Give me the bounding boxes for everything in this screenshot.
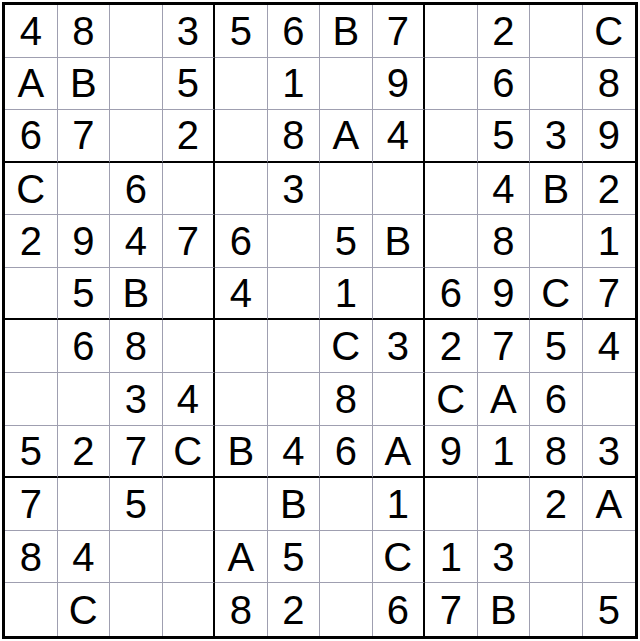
cell-r6c6[interactable] (268, 268, 321, 321)
given-glyph: 6 (230, 221, 252, 261)
cell-r12c6[interactable]: 2 (268, 583, 321, 636)
cell-r7c9[interactable]: 2 (425, 320, 478, 373)
cell-r11c3[interactable] (110, 531, 163, 584)
cell-r7c8[interactable]: 3 (373, 320, 426, 373)
given-glyph: 4 (230, 273, 252, 313)
cell-r1c3[interactable] (110, 5, 163, 58)
cell-r9c4[interactable]: C (163, 426, 216, 479)
given-glyph: 4 (598, 326, 620, 366)
cell-r3c2[interactable]: 7 (58, 110, 111, 163)
cell-r3c12[interactable]: 9 (583, 110, 636, 163)
given-glyph: 8 (230, 590, 252, 630)
cell-r10c8[interactable]: 1 (373, 478, 426, 531)
cell-r9c12[interactable]: 3 (583, 426, 636, 479)
given-glyph: 4 (125, 221, 147, 261)
cell-r7c10[interactable]: 7 (478, 320, 531, 373)
given-glyph: B (227, 431, 254, 471)
cell-r5c1[interactable]: 2 (5, 215, 58, 268)
cell-r12c12[interactable]: 5 (583, 583, 636, 636)
given-glyph: 3 (177, 11, 199, 51)
given-glyph: 2 (20, 221, 42, 261)
cell-r1c1[interactable]: 4 (5, 5, 58, 58)
given-glyph: 7 (598, 273, 620, 313)
cell-r10c2[interactable] (58, 478, 111, 531)
cell-r7c11[interactable]: 5 (530, 320, 583, 373)
given-glyph: C (436, 379, 465, 419)
given-glyph: 8 (545, 431, 567, 471)
cell-r11c8[interactable]: C (373, 531, 426, 584)
cell-r2c10[interactable]: 6 (478, 58, 531, 111)
cell-r12c1[interactable] (5, 583, 58, 636)
cell-r8c2[interactable] (58, 373, 111, 426)
cell-r3c7[interactable]: A (320, 110, 373, 163)
given-glyph: A (17, 63, 44, 103)
given-glyph: 3 (282, 169, 304, 209)
cell-r8c11[interactable]: 6 (530, 373, 583, 426)
cell-r11c4[interactable] (163, 531, 216, 584)
given-glyph: 4 (20, 11, 42, 51)
given-glyph: B (122, 273, 149, 313)
cell-r2c6[interactable]: 1 (268, 58, 321, 111)
given-glyph: 7 (72, 115, 94, 155)
given-glyph: A (227, 537, 254, 577)
given-glyph: 7 (492, 326, 514, 366)
cell-r9c6[interactable]: 4 (268, 426, 321, 479)
cell-r10c5[interactable] (215, 478, 268, 531)
given-glyph: 8 (282, 115, 304, 155)
given-glyph: A (490, 379, 517, 419)
cell-r8c6[interactable] (268, 373, 321, 426)
cell-r8c4[interactable]: 4 (163, 373, 216, 426)
cell-r11c6[interactable]: 5 (268, 531, 321, 584)
cell-r3c8[interactable]: 4 (373, 110, 426, 163)
cell-r4c10[interactable]: 4 (478, 163, 531, 216)
given-glyph: B (542, 169, 569, 209)
given-glyph: 1 (387, 484, 409, 524)
cell-r12c7[interactable] (320, 583, 373, 636)
sudoku-page: 48356B72CAB519686728A4539C634B2294765B81… (0, 0, 640, 641)
cell-r7c6[interactable] (268, 320, 321, 373)
cell-r5c12[interactable]: 1 (583, 215, 636, 268)
cell-r3c10[interactable]: 5 (478, 110, 531, 163)
cell-r5c4[interactable]: 7 (163, 215, 216, 268)
cell-r12c5[interactable]: 8 (215, 583, 268, 636)
cell-r7c12[interactable]: 4 (583, 320, 636, 373)
cell-r11c10[interactable]: 3 (478, 531, 531, 584)
given-glyph: 4 (387, 115, 409, 155)
given-glyph: 1 (282, 63, 304, 103)
cell-r6c4[interactable] (163, 268, 216, 321)
cell-r3c4[interactable]: 2 (163, 110, 216, 163)
cell-r3c9[interactable] (425, 110, 478, 163)
cell-r7c7[interactable]: C (320, 320, 373, 373)
given-glyph: 6 (125, 169, 147, 209)
given-glyph: 6 (440, 273, 462, 313)
given-glyph: 5 (177, 63, 199, 103)
cell-r2c8[interactable]: 9 (373, 58, 426, 111)
given-glyph: 3 (492, 537, 514, 577)
cell-r7c4[interactable] (163, 320, 216, 373)
given-glyph: 5 (72, 273, 94, 313)
cell-r1c9[interactable] (425, 5, 478, 58)
given-glyph: 1 (440, 537, 462, 577)
cell-r2c12[interactable]: 8 (583, 58, 636, 111)
cell-r10c10[interactable] (478, 478, 531, 531)
given-glyph: C (173, 431, 202, 471)
cell-r9c3[interactable]: 7 (110, 426, 163, 479)
cell-r3c1[interactable]: 6 (5, 110, 58, 163)
cell-r8c7[interactable]: 8 (320, 373, 373, 426)
cell-r12c10[interactable]: B (478, 583, 531, 636)
cell-r6c3[interactable]: B (110, 268, 163, 321)
cell-r3c3[interactable] (110, 110, 163, 163)
given-glyph: 2 (440, 326, 462, 366)
cell-r11c9[interactable]: 1 (425, 531, 478, 584)
given-glyph: 2 (598, 169, 620, 209)
given-glyph: 6 (282, 11, 304, 51)
cell-r2c9[interactable] (425, 58, 478, 111)
given-glyph: 5 (20, 431, 42, 471)
given-glyph: 7 (440, 590, 462, 630)
cell-r2c7[interactable] (320, 58, 373, 111)
cell-r4c7[interactable] (320, 163, 373, 216)
cell-r2c3[interactable] (110, 58, 163, 111)
cell-r1c4[interactable]: 3 (163, 5, 216, 58)
cell-r10c3[interactable]: 5 (110, 478, 163, 531)
cell-r4c5[interactable] (215, 163, 268, 216)
given-glyph: B (280, 484, 307, 524)
cell-r6c12[interactable]: 7 (583, 268, 636, 321)
cell-r4c2[interactable] (58, 163, 111, 216)
given-glyph: 8 (492, 221, 514, 261)
given-glyph: B (332, 11, 359, 51)
given-glyph: 3 (598, 431, 620, 471)
cell-r12c3[interactable] (110, 583, 163, 636)
cell-r6c1[interactable] (5, 268, 58, 321)
cell-r1c12[interactable]: C (583, 5, 636, 58)
cell-r7c5[interactable] (215, 320, 268, 373)
cell-r6c2[interactable]: 5 (58, 268, 111, 321)
given-glyph: A (384, 431, 411, 471)
cell-r9c11[interactable]: 8 (530, 426, 583, 479)
cell-r5c11[interactable] (530, 215, 583, 268)
cell-r1c2[interactable]: 8 (58, 5, 111, 58)
cell-r5c6[interactable] (268, 215, 321, 268)
given-glyph: 1 (492, 431, 514, 471)
cell-r2c4[interactable]: 5 (163, 58, 216, 111)
given-glyph: C (594, 11, 623, 51)
cell-r7c2[interactable]: 6 (58, 320, 111, 373)
cell-r9c10[interactable]: 1 (478, 426, 531, 479)
given-glyph: 8 (72, 11, 94, 51)
given-glyph: 8 (598, 63, 620, 103)
given-glyph: 5 (282, 537, 304, 577)
cell-r9c5[interactable]: B (215, 426, 268, 479)
given-glyph: 6 (492, 63, 514, 103)
cell-r12c8[interactable]: 6 (373, 583, 426, 636)
given-glyph: 9 (440, 431, 462, 471)
given-glyph: 3 (387, 326, 409, 366)
cell-r1c10[interactable]: 2 (478, 5, 531, 58)
cell-r1c11[interactable] (530, 5, 583, 58)
cell-r2c11[interactable] (530, 58, 583, 111)
cell-r6c10[interactable]: 9 (478, 268, 531, 321)
given-glyph: 2 (545, 484, 567, 524)
given-glyph: 2 (72, 431, 94, 471)
cell-r9c1[interactable]: 5 (5, 426, 58, 479)
cell-r11c7[interactable] (320, 531, 373, 584)
cell-r5c2[interactable]: 9 (58, 215, 111, 268)
cell-r2c2[interactable]: B (58, 58, 111, 111)
cell-r11c11[interactable] (530, 531, 583, 584)
cell-r8c8[interactable] (373, 373, 426, 426)
given-glyph: 5 (598, 590, 620, 630)
given-glyph: 5 (545, 326, 567, 366)
cell-r3c11[interactable]: 3 (530, 110, 583, 163)
cell-r1c6[interactable]: 6 (268, 5, 321, 58)
cell-r12c9[interactable]: 7 (425, 583, 478, 636)
cell-r9c8[interactable]: A (373, 426, 426, 479)
given-glyph: 6 (20, 115, 42, 155)
given-glyph: 4 (177, 379, 199, 419)
cell-r12c4[interactable] (163, 583, 216, 636)
cell-r4c1[interactable]: C (5, 163, 58, 216)
cell-r5c8[interactable]: B (373, 215, 426, 268)
cell-r2c1[interactable]: A (5, 58, 58, 111)
cell-r1c7[interactable]: B (320, 5, 373, 58)
cell-r10c11[interactable]: 2 (530, 478, 583, 531)
given-glyph: B (490, 590, 517, 630)
cell-r6c9[interactable]: 6 (425, 268, 478, 321)
cell-r6c5[interactable]: 4 (215, 268, 268, 321)
cell-r4c9[interactable] (425, 163, 478, 216)
cell-r9c9[interactable]: 9 (425, 426, 478, 479)
cell-r5c9[interactable] (425, 215, 478, 268)
cell-r10c6[interactable]: B (268, 478, 321, 531)
given-glyph: 3 (545, 115, 567, 155)
given-glyph: 9 (72, 221, 94, 261)
cell-r7c1[interactable] (5, 320, 58, 373)
cell-r11c1[interactable]: 8 (5, 531, 58, 584)
given-glyph: 6 (387, 590, 409, 630)
given-glyph: 7 (177, 221, 199, 261)
cell-r4c12[interactable]: 2 (583, 163, 636, 216)
given-glyph: C (541, 273, 570, 313)
given-glyph: 2 (492, 11, 514, 51)
given-glyph: C (383, 537, 412, 577)
cell-r8c5[interactable] (215, 373, 268, 426)
sudoku-board: 48356B72CAB519686728A4539C634B2294765B81… (2, 2, 638, 639)
cell-r1c8[interactable]: 7 (373, 5, 426, 58)
cell-r8c3[interactable]: 3 (110, 373, 163, 426)
given-glyph: 6 (335, 431, 357, 471)
given-glyph: C (69, 590, 98, 630)
given-glyph: 4 (282, 431, 304, 471)
cell-r2c5[interactable] (215, 58, 268, 111)
cell-r9c7[interactable]: 6 (320, 426, 373, 479)
given-glyph: 5 (125, 484, 147, 524)
cell-r4c3[interactable]: 6 (110, 163, 163, 216)
cell-r11c2[interactable]: 4 (58, 531, 111, 584)
given-glyph: 5 (230, 11, 252, 51)
cell-r5c5[interactable]: 6 (215, 215, 268, 268)
cell-r10c7[interactable] (320, 478, 373, 531)
cell-r8c10[interactable]: A (478, 373, 531, 426)
cell-r10c9[interactable] (425, 478, 478, 531)
cell-r12c11[interactable] (530, 583, 583, 636)
cell-r4c11[interactable]: B (530, 163, 583, 216)
given-glyph: 9 (598, 115, 620, 155)
cell-r6c8[interactable] (373, 268, 426, 321)
given-glyph: 8 (335, 379, 357, 419)
given-glyph: 7 (125, 431, 147, 471)
given-glyph: 7 (20, 484, 42, 524)
given-glyph: B (70, 63, 97, 103)
given-glyph: 8 (20, 537, 42, 577)
cell-r12c2[interactable]: C (58, 583, 111, 636)
given-glyph: 5 (335, 221, 357, 261)
cell-r8c1[interactable] (5, 373, 58, 426)
given-glyph: A (595, 484, 622, 524)
given-glyph: 1 (598, 221, 620, 261)
cell-r5c7[interactable]: 5 (320, 215, 373, 268)
given-glyph: 2 (282, 590, 304, 630)
cell-r11c12[interactable] (583, 531, 636, 584)
cell-r5c10[interactable]: 8 (478, 215, 531, 268)
given-glyph: A (332, 115, 359, 155)
given-glyph: 3 (125, 379, 147, 419)
cell-r6c7[interactable]: 1 (320, 268, 373, 321)
cell-r10c4[interactable] (163, 478, 216, 531)
cell-r3c5[interactable] (215, 110, 268, 163)
given-glyph: 7 (387, 11, 409, 51)
given-glyph: 1 (335, 273, 357, 313)
given-glyph: 5 (492, 115, 514, 155)
cell-r3c6[interactable]: 8 (268, 110, 321, 163)
cell-r4c4[interactable] (163, 163, 216, 216)
given-glyph: C (16, 169, 45, 209)
cell-r10c12[interactable]: A (583, 478, 636, 531)
cell-r8c9[interactable]: C (425, 373, 478, 426)
cell-r7c3[interactable]: 8 (110, 320, 163, 373)
cell-r11c5[interactable]: A (215, 531, 268, 584)
cell-r4c6[interactable]: 3 (268, 163, 321, 216)
given-glyph: 8 (125, 326, 147, 366)
given-glyph: 2 (177, 115, 199, 155)
given-glyph: 9 (492, 273, 514, 313)
given-glyph: 6 (72, 326, 94, 366)
given-glyph: C (331, 326, 360, 366)
cell-r8c12[interactable] (583, 373, 636, 426)
given-glyph: 6 (545, 379, 567, 419)
cell-r9c2[interactable]: 2 (58, 426, 111, 479)
cell-r4c8[interactable] (373, 163, 426, 216)
cell-r6c11[interactable]: C (530, 268, 583, 321)
cell-r5c3[interactable]: 4 (110, 215, 163, 268)
cell-r10c1[interactable]: 7 (5, 478, 58, 531)
given-glyph: B (384, 221, 411, 261)
given-glyph: 4 (72, 537, 94, 577)
given-glyph: 9 (387, 63, 409, 103)
given-glyph: 4 (492, 169, 514, 209)
cell-r1c5[interactable]: 5 (215, 5, 268, 58)
